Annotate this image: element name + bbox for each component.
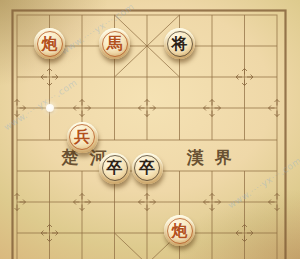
piece-character: 卒 <box>107 160 123 176</box>
piece-red-cannon-right[interactable]: 炮 <box>164 215 195 246</box>
piece-character: 将 <box>172 36 188 52</box>
piece-black-soldier-2[interactable]: 卒 <box>132 153 163 184</box>
piece-character: 兵 <box>74 129 90 145</box>
piece-red-cannon-left[interactable]: 炮 <box>34 28 65 59</box>
piece-character: 炮 <box>172 223 188 239</box>
piece-red-soldier[interactable]: 兵 <box>67 122 98 153</box>
piece-character: 卒 <box>139 160 155 176</box>
move-hint-dot <box>46 104 54 112</box>
piece-black-general[interactable]: 将 <box>164 28 195 59</box>
xiangqi-board: www.····yx···.com www.····yx···.com www.… <box>0 0 300 259</box>
piece-character: 馬 <box>107 36 123 52</box>
river-label-han-jie: 漢界 <box>182 146 243 169</box>
piece-character: 炮 <box>42 36 58 52</box>
piece-black-soldier-1[interactable]: 卒 <box>99 153 130 184</box>
piece-red-horse[interactable]: 馬 <box>99 28 130 59</box>
